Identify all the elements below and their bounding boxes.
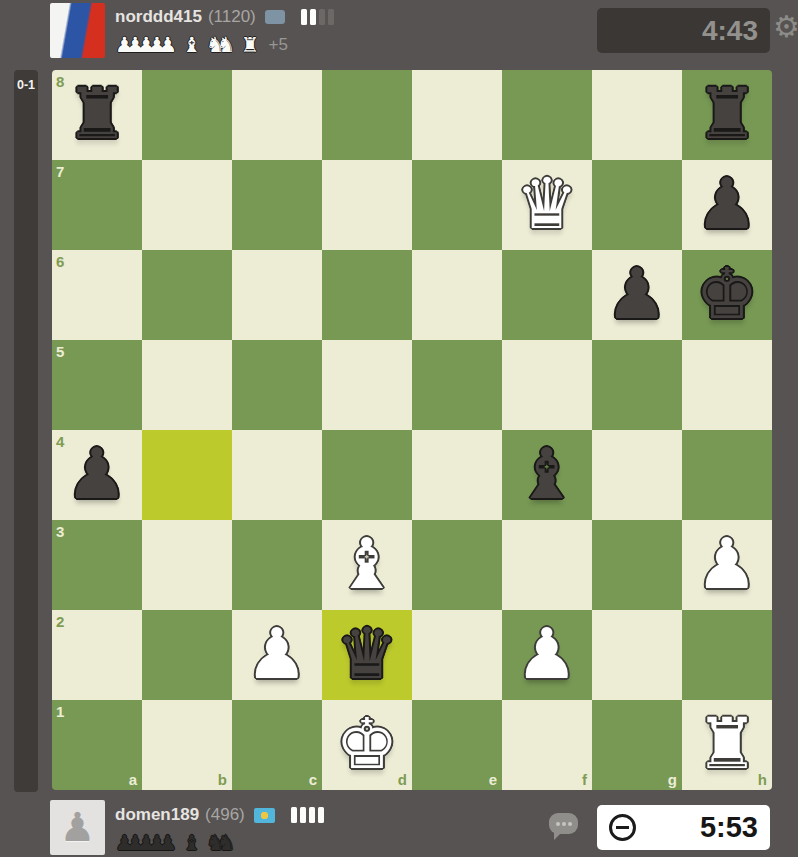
square-d4[interactable]: [322, 430, 412, 520]
square-c5[interactable]: [232, 340, 322, 430]
square-f7[interactable]: ♛: [502, 160, 592, 250]
square-h4[interactable]: [682, 430, 772, 520]
captured-piece-group-icon: ♝: [182, 33, 201, 57]
square-g8[interactable]: [592, 70, 682, 160]
square-c7[interactable]: [232, 160, 322, 250]
square-a4[interactable]: 4♟: [52, 430, 142, 520]
square-g6[interactable]: ♟: [592, 250, 682, 340]
game-result-label: 0-1: [17, 78, 35, 92]
square-h1[interactable]: h♜: [682, 700, 772, 790]
captured-piece-group-icon: ♝: [182, 831, 201, 855]
top-player-name[interactable]: norddd415: [115, 7, 202, 27]
signal-bar-icon: [319, 9, 325, 25]
chat-bubble-icon[interactable]: [549, 813, 578, 834]
black-pawn-g6[interactable]: ♟: [592, 250, 682, 340]
square-h8[interactable]: ♜: [682, 70, 772, 160]
bottom-player-info: domen189 (496) ♟♟♟♟♟♝♞♞: [115, 804, 585, 855]
square-c1[interactable]: c: [232, 700, 322, 790]
square-a7[interactable]: 7: [52, 160, 142, 250]
rank-label-6: 6: [56, 253, 64, 270]
square-d6[interactable]: [322, 250, 412, 340]
square-b7[interactable]: [142, 160, 232, 250]
square-d1[interactable]: d♚: [322, 700, 412, 790]
rank-label-1: 1: [56, 703, 64, 720]
bottom-player-avatar[interactable]: ♟: [50, 800, 105, 855]
square-a2[interactable]: 2: [52, 610, 142, 700]
square-g7[interactable]: [592, 160, 682, 250]
captured-piece-group-icon: ♞♞: [206, 831, 236, 855]
file-label-e: e: [489, 771, 497, 788]
signal-bar-icon: [318, 807, 324, 823]
square-e3[interactable]: [412, 520, 502, 610]
bottom-player-clock: 5:53: [597, 805, 770, 850]
square-f8[interactable]: [502, 70, 592, 160]
square-a1[interactable]: 1a: [52, 700, 142, 790]
square-f2[interactable]: ♟: [502, 610, 592, 700]
square-f1[interactable]: f: [502, 700, 592, 790]
square-e8[interactable]: [412, 70, 502, 160]
square-g4[interactable]: [592, 430, 682, 520]
black-bishop-f4[interactable]: ♝: [502, 430, 592, 520]
white-king-d1[interactable]: ♚: [322, 700, 412, 790]
square-h7[interactable]: ♟: [682, 160, 772, 250]
square-a3[interactable]: 3: [52, 520, 142, 610]
captured-piece-group-icon: ♟♟♟♟♟: [115, 33, 177, 57]
black-rook-h8[interactable]: ♜: [682, 70, 772, 160]
file-label-c: c: [309, 771, 317, 788]
square-d2[interactable]: ♛: [322, 610, 412, 700]
signal-bar-icon: [291, 807, 297, 823]
square-a8[interactable]: 8♜: [52, 70, 142, 160]
square-g5[interactable]: [592, 340, 682, 430]
square-e1[interactable]: e: [412, 700, 502, 790]
square-d7[interactable]: [322, 160, 412, 250]
file-label-g: g: [668, 771, 677, 788]
square-f6[interactable]: [502, 250, 592, 340]
square-b1[interactable]: b: [142, 700, 232, 790]
top-player-clock: 4:43: [597, 8, 770, 53]
square-b4[interactable]: [142, 430, 232, 520]
square-e2[interactable]: [412, 610, 502, 700]
square-h6[interactable]: ♚: [682, 250, 772, 340]
white-pawn-c2[interactable]: ♟: [232, 610, 322, 700]
signal-bar-icon: [310, 9, 316, 25]
square-g1[interactable]: g: [592, 700, 682, 790]
black-pawn-h7[interactable]: ♟: [682, 160, 772, 250]
top-player-flair-icon: [265, 10, 285, 24]
signal-bar-icon: [300, 807, 306, 823]
white-pawn-h3[interactable]: ♟: [682, 520, 772, 610]
file-label-b: b: [218, 771, 227, 788]
top-clock-time: 4:43: [702, 15, 758, 47]
white-pawn-f2[interactable]: ♟: [502, 610, 592, 700]
black-rook-a8[interactable]: ♜: [52, 70, 142, 160]
captured-piece-group-icon: ♟♟♟♟♟: [115, 831, 177, 855]
square-c4[interactable]: [232, 430, 322, 520]
top-captured-pieces: ♟♟♟♟♟♝♞♞♜ +5: [115, 33, 585, 57]
top-player-rating: (1120): [208, 7, 256, 27]
square-e5[interactable]: [412, 340, 502, 430]
black-pawn-a4[interactable]: ♟: [52, 430, 142, 520]
captured-piece-group-icon: ♞♞: [206, 33, 236, 57]
top-player-info: norddd415 (1120) ♟♟♟♟♟♝♞♞♜ +5: [115, 6, 585, 57]
signal-bar-icon: [301, 9, 307, 25]
square-e4[interactable]: [412, 430, 502, 520]
square-b2[interactable]: [142, 610, 232, 700]
square-b5[interactable]: [142, 340, 232, 430]
rank-label-2: 2: [56, 613, 64, 630]
rank-label-3: 3: [56, 523, 64, 540]
material-advantage: +5: [268, 35, 287, 55]
square-a5[interactable]: 5: [52, 340, 142, 430]
kazakhstan-flag-icon: [254, 808, 275, 823]
square-g2[interactable]: [592, 610, 682, 700]
chess-game-screen: norddd415 (1120) ♟♟♟♟♟♝♞♞♜ +5 4:43 ⚙ 0-1…: [0, 0, 798, 857]
square-b3[interactable]: [142, 520, 232, 610]
evaluation-bar: 0-1: [14, 70, 38, 792]
square-b6[interactable]: [142, 250, 232, 340]
square-c3[interactable]: [232, 520, 322, 610]
russia-flag-icon: [50, 3, 105, 58]
black-king-h6[interactable]: ♚: [682, 250, 772, 340]
captured-piece-group-icon: ♜: [241, 33, 260, 57]
square-d3[interactable]: ♝: [322, 520, 412, 610]
pawn-avatar-icon: ♟: [60, 800, 96, 855]
white-rook-h1[interactable]: ♜: [682, 700, 772, 790]
settings-gear-icon[interactable]: ⚙: [773, 12, 798, 42]
bottom-connection-strength-icon: [291, 807, 324, 823]
square-f4[interactable]: ♝: [502, 430, 592, 520]
bottom-captured-pieces: ♟♟♟♟♟♝♞♞: [115, 831, 585, 855]
square-e7[interactable]: [412, 160, 502, 250]
bottom-player-name[interactable]: domen189: [115, 805, 199, 825]
rank-label-7: 7: [56, 163, 64, 180]
rank-label-5: 5: [56, 343, 64, 360]
bottom-player-rating: (496): [205, 805, 245, 825]
top-connection-strength-icon: [301, 9, 334, 25]
minus-circle-icon[interactable]: [609, 814, 636, 841]
square-f3[interactable]: [502, 520, 592, 610]
square-h2[interactable]: [682, 610, 772, 700]
square-g3[interactable]: [592, 520, 682, 610]
signal-bar-icon: [328, 9, 334, 25]
square-c2[interactable]: ♟: [232, 610, 322, 700]
top-player-avatar[interactable]: [50, 3, 105, 58]
square-e6[interactable]: [412, 250, 502, 340]
square-h5[interactable]: [682, 340, 772, 430]
white-queen-f7[interactable]: ♛: [502, 160, 592, 250]
bottom-clock-time: 5:53: [700, 811, 758, 844]
square-f5[interactable]: [502, 340, 592, 430]
square-h3[interactable]: ♟: [682, 520, 772, 610]
square-c6[interactable]: [232, 250, 322, 340]
square-c8[interactable]: [232, 70, 322, 160]
white-bishop-d3[interactable]: ♝: [322, 520, 412, 610]
square-b8[interactable]: [142, 70, 232, 160]
chat-dots-icon: [556, 822, 560, 826]
signal-bar-icon: [309, 807, 315, 823]
square-a6[interactable]: 6: [52, 250, 142, 340]
square-d8[interactable]: [322, 70, 412, 160]
chess-board[interactable]: 8♜♜7♛♟6♟♚54♟♝3♝♟2♟♛♟1abcd♚efgh♜: [52, 70, 772, 790]
file-label-f: f: [582, 771, 587, 788]
file-label-a: a: [129, 771, 137, 788]
square-d5[interactable]: [322, 340, 412, 430]
black-queen-d2[interactable]: ♛: [322, 610, 412, 700]
